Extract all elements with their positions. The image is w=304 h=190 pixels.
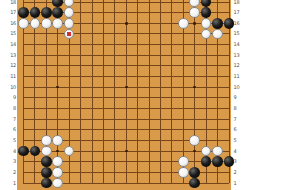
grid-line-vertical <box>194 0 195 183</box>
grid-line-horizontal <box>23 76 229 77</box>
row-label-right-3: 3 <box>234 159 247 164</box>
grid-line-vertical <box>171 0 172 183</box>
stone-white-P2[interactable] <box>178 167 189 178</box>
stone-white-S4[interactable] <box>212 146 223 157</box>
stone-white-S15[interactable] <box>212 29 223 40</box>
stone-black-C1[interactable] <box>41 178 52 189</box>
star-point-K16 <box>125 22 128 25</box>
stone-black-Q1[interactable] <box>189 178 200 189</box>
grid-line-horizontal <box>23 119 229 120</box>
stone-black-A17[interactable] <box>18 7 29 18</box>
grid-line-horizontal <box>23 97 229 98</box>
grid-line-horizontal <box>23 33 229 34</box>
screenshot-root: 181716151413121110987654321 181716151413… <box>0 0 304 190</box>
row-label-right-7: 7 <box>234 117 247 122</box>
stone-white-R4[interactable] <box>201 146 212 157</box>
row-label-right-15: 15 <box>234 31 247 36</box>
grid-line-vertical <box>160 0 161 183</box>
star-point-Q16 <box>193 22 196 25</box>
stone-white-E18[interactable] <box>64 0 75 7</box>
row-label-right-4: 4 <box>234 149 247 154</box>
star-point-Q4 <box>193 150 196 153</box>
stone-white-E16[interactable] <box>64 18 75 29</box>
grid-line-horizontal <box>23 55 229 56</box>
row-label-left-9: 9 <box>3 95 16 100</box>
row-label-left-8: 8 <box>3 106 16 111</box>
row-label-right-1: 1 <box>234 181 247 186</box>
stone-white-D16[interactable] <box>52 18 63 29</box>
row-label-right-14: 14 <box>234 42 247 47</box>
stone-black-B4[interactable] <box>30 146 41 157</box>
stone-black-C2[interactable] <box>41 167 52 178</box>
stone-black-R18[interactable] <box>201 0 212 7</box>
stone-black-S16[interactable] <box>212 18 223 29</box>
grid-line-horizontal <box>23 65 229 66</box>
stone-black-D18[interactable] <box>52 0 63 7</box>
grid-line-vertical <box>114 0 115 183</box>
go-board[interactable] <box>17 0 231 190</box>
stone-white-R16[interactable] <box>201 18 212 29</box>
stone-white-Q5[interactable] <box>189 135 200 146</box>
stone-black-A4[interactable] <box>18 146 29 157</box>
stone-white-E4[interactable] <box>64 146 75 157</box>
stone-white-D1[interactable] <box>52 178 63 189</box>
row-label-left-4: 4 <box>3 149 16 154</box>
grid-line-vertical <box>149 0 150 183</box>
stone-black-D17[interactable] <box>52 7 63 18</box>
stone-black-C3[interactable] <box>41 156 52 167</box>
row-label-right-16: 16 <box>234 21 247 26</box>
stone-white-D3[interactable] <box>52 156 63 167</box>
stone-black-R3[interactable] <box>201 156 212 167</box>
row-label-right-2: 2 <box>234 170 247 175</box>
row-label-right-5: 5 <box>234 138 247 143</box>
stone-white-Q17[interactable] <box>189 7 200 18</box>
row-label-right-6: 6 <box>234 127 247 132</box>
grid-line-vertical <box>103 0 104 183</box>
row-label-right-17: 17 <box>234 10 247 15</box>
grid-line-vertical <box>80 0 81 183</box>
row-label-left-3: 3 <box>3 159 16 164</box>
stone-white-P16[interactable] <box>178 18 189 29</box>
row-label-right-13: 13 <box>234 53 247 58</box>
stone-black-Q2[interactable] <box>189 167 200 178</box>
grid-line-vertical <box>92 0 93 183</box>
row-label-left-16: 16 <box>3 21 16 26</box>
stone-white-D2[interactable] <box>52 167 63 178</box>
stone-white-E17[interactable] <box>64 7 75 18</box>
stone-white-P3[interactable] <box>178 156 189 167</box>
grid-line-horizontal <box>23 44 229 45</box>
row-label-right-18: 18 <box>234 0 247 5</box>
stone-white-C5[interactable] <box>41 135 52 146</box>
grid-line-vertical <box>126 0 127 183</box>
stone-black-S3[interactable] <box>212 156 223 167</box>
row-label-left-5: 5 <box>3 138 16 143</box>
row-label-left-6: 6 <box>3 127 16 132</box>
stone-white-B16[interactable] <box>30 18 41 29</box>
row-label-left-13: 13 <box>3 53 16 58</box>
grid-line-vertical <box>137 0 138 183</box>
stone-black-B17[interactable] <box>30 7 41 18</box>
stone-white-A16[interactable] <box>18 18 29 29</box>
row-label-left-18: 18 <box>3 0 16 5</box>
star-point-K4 <box>125 150 128 153</box>
row-label-left-12: 12 <box>3 63 16 68</box>
row-label-right-9: 9 <box>234 95 247 100</box>
row-label-left-15: 15 <box>3 31 16 36</box>
row-label-left-2: 2 <box>3 170 16 175</box>
row-label-left-11: 11 <box>3 74 16 79</box>
grid-line-horizontal <box>23 108 229 109</box>
stone-black-R17[interactable] <box>201 7 212 18</box>
row-label-right-8: 8 <box>234 106 247 111</box>
last-move-marker-E15 <box>67 32 71 36</box>
row-label-left-10: 10 <box>3 85 16 90</box>
row-label-left-1: 1 <box>3 181 16 186</box>
stone-black-C17[interactable] <box>41 7 52 18</box>
row-label-right-12: 12 <box>234 63 247 68</box>
stone-white-R15[interactable] <box>201 29 212 40</box>
stone-white-C16[interactable] <box>41 18 52 29</box>
row-label-left-14: 14 <box>3 42 16 47</box>
row-label-right-11: 11 <box>234 74 247 79</box>
row-label-right-10: 10 <box>234 85 247 90</box>
stone-white-C4[interactable] <box>41 146 52 157</box>
stone-white-D5[interactable] <box>52 135 63 146</box>
star-point-D4 <box>56 150 59 153</box>
grid-line-horizontal <box>23 129 229 130</box>
row-label-left-7: 7 <box>3 117 16 122</box>
stone-white-Q18[interactable] <box>189 0 200 7</box>
row-label-left-17: 17 <box>3 10 16 15</box>
